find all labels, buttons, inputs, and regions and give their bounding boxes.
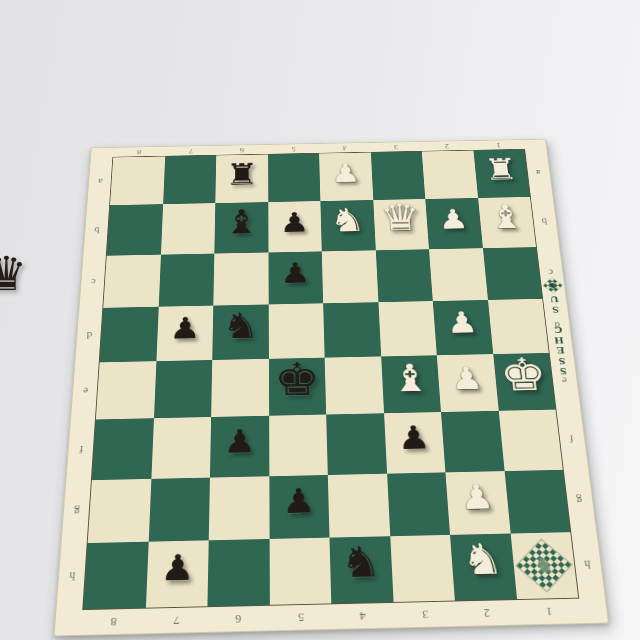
square-e3: ♝ — [381, 355, 441, 413]
square-e4 — [325, 356, 384, 414]
coord-left-b: b — [83, 205, 110, 255]
square-h1: ♞ — [510, 532, 578, 599]
chess-board: 87654321 87654321 abcdefgh abcdefgh ♞ US… — [53, 139, 609, 637]
square-f2 — [441, 411, 504, 472]
square-b7 — [161, 203, 216, 254]
square-g6 — [209, 476, 269, 540]
square-h3 — [390, 535, 455, 602]
square-d3 — [378, 301, 437, 357]
coord-left-a: a — [87, 157, 113, 205]
white-bishop-b1: ♝ — [486, 200, 526, 234]
square-c2 — [429, 248, 488, 301]
white-queen-b3: ♛ — [379, 200, 422, 238]
square-d2: ♟ — [433, 300, 493, 356]
square-a3 — [370, 152, 425, 201]
black-pawn-f3: ♟ — [397, 421, 431, 454]
black-rook-a6: ♜ — [225, 159, 259, 189]
square-a1: ♜ — [473, 150, 530, 199]
black-knight-h4: ♞ — [339, 541, 382, 585]
square-g5: ♟ — [269, 475, 330, 539]
black-pawn-g5: ♟ — [282, 484, 316, 519]
square-d6: ♞ — [212, 304, 268, 360]
corner-logo-knight-icon: ♞ — [533, 555, 554, 575]
square-e8 — [96, 361, 156, 419]
square-g8 — [88, 478, 151, 542]
square-h8 — [83, 541, 148, 609]
logo-letter: E — [556, 345, 565, 356]
square-b3: ♛ — [373, 199, 429, 250]
square-c4 — [322, 250, 378, 303]
white-pawn-a4: ♟ — [331, 159, 361, 185]
square-d7: ♟ — [156, 305, 213, 361]
white-knight-h2: ♞ — [460, 538, 505, 582]
square-b4: ♞ — [320, 200, 375, 251]
coord-bottom-8: 8 — [82, 608, 146, 635]
square-h4: ♞ — [329, 536, 393, 603]
coord-bottom-6: 6 — [207, 605, 270, 632]
square-g1 — [504, 469, 570, 533]
square-e6 — [211, 359, 269, 417]
square-c1 — [482, 247, 542, 300]
square-a5 — [268, 154, 321, 203]
square-h2: ♞ — [450, 533, 517, 600]
coord-bottom-5: 5 — [269, 603, 332, 630]
logo-letter: U — [549, 294, 558, 304]
white-pawn-e2: ♟ — [450, 362, 484, 393]
captured-black-piece: ♛ — [0, 250, 27, 297]
square-a2 — [422, 151, 478, 200]
square-a7 — [163, 155, 217, 204]
square-d4 — [323, 302, 381, 358]
black-bishop-b6: ♝ — [223, 205, 260, 239]
white-pawn-g2: ♟ — [459, 480, 495, 514]
square-a4: ♟ — [319, 153, 373, 202]
square-f4 — [326, 413, 386, 474]
coord-bottom-4: 4 — [331, 602, 394, 629]
us-chess-logo-text: US CHESS — [549, 294, 568, 377]
square-f7 — [151, 417, 211, 478]
logo-letter: C — [553, 324, 563, 334]
square-d8 — [100, 307, 159, 363]
coord-bottom-2: 2 — [455, 599, 519, 626]
square-h7: ♟ — [145, 540, 208, 608]
white-knight-b4: ♞ — [329, 204, 366, 237]
coord-left-c: c — [79, 255, 106, 308]
square-b2: ♟ — [425, 198, 482, 249]
coord-left-d: d — [75, 308, 103, 363]
square-b5: ♟ — [268, 201, 322, 252]
white-king-e1: ♚ — [498, 352, 549, 398]
square-f5 — [269, 415, 328, 476]
square-g4 — [328, 473, 390, 537]
board-grid: ♜♟♜♝♟♞♛♟♝♟♟♞♟♚♝♟♚♟♟♟♟♟♞♞♞ — [83, 150, 578, 610]
corner-knight-diamond-logo: ♞ — [516, 540, 571, 592]
square-d5 — [268, 303, 324, 359]
square-h5 — [269, 537, 331, 604]
white-pawn-d2: ♟ — [445, 308, 478, 338]
square-d1 — [488, 299, 549, 354]
logo-letter — [555, 314, 559, 324]
square-f8 — [92, 418, 154, 479]
black-pawn-b5: ♟ — [280, 208, 310, 235]
square-g2: ♟ — [445, 471, 510, 535]
square-e7 — [154, 360, 213, 418]
black-pawn-h7: ♟ — [160, 550, 195, 586]
square-b1: ♝ — [478, 197, 536, 248]
us-chess-knight-icon: ♞ — [543, 277, 563, 293]
square-b6: ♝ — [214, 202, 268, 253]
white-rook-a1: ♜ — [483, 154, 520, 184]
square-b8 — [107, 204, 163, 255]
square-f6: ♟ — [210, 416, 269, 477]
square-e2: ♟ — [437, 354, 499, 412]
square-a6: ♜ — [215, 154, 268, 203]
square-g3 — [387, 472, 450, 536]
black-pawn-d7: ♟ — [169, 313, 201, 343]
square-c8 — [103, 254, 160, 307]
square-e5: ♚ — [268, 358, 326, 416]
white-bishop-e3: ♝ — [390, 359, 431, 397]
square-a8 — [110, 156, 165, 205]
black-pawn-f6: ♟ — [223, 425, 256, 458]
coord-bottom-7: 7 — [144, 606, 207, 633]
logo-letter: S — [559, 366, 567, 377]
black-knight-d6: ♞ — [222, 308, 260, 344]
square-h6 — [207, 539, 269, 607]
coord-bottom-3: 3 — [393, 601, 457, 628]
square-c3 — [375, 249, 432, 302]
photo-scene: 87654321 87654321 abcdefgh abcdefgh ♞ US… — [0, 0, 640, 640]
black-pawn-c5: ♟ — [280, 259, 311, 288]
square-f3: ♟ — [384, 412, 446, 473]
white-pawn-b2: ♟ — [437, 205, 469, 232]
square-g7 — [148, 477, 210, 541]
square-e1: ♚ — [493, 353, 556, 411]
square-c7 — [158, 253, 214, 306]
square-c6 — [213, 252, 268, 305]
square-f1 — [498, 410, 562, 471]
coord-bottom-1: 1 — [517, 598, 582, 625]
square-c5: ♟ — [268, 251, 323, 304]
black-king-e5: ♚ — [274, 357, 321, 403]
